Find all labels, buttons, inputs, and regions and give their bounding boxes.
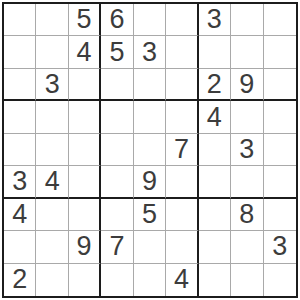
- given-digit: 7: [110, 233, 125, 260]
- cell-r5c5[interactable]: [134, 134, 166, 166]
- cell-r7c9[interactable]: [264, 199, 296, 231]
- given-digit: 8: [239, 201, 254, 228]
- cell-r3c2[interactable]: 3: [36, 69, 68, 101]
- given-digit: 5: [142, 201, 157, 228]
- cell-r4c6[interactable]: [166, 101, 198, 133]
- cell-r4c9[interactable]: [264, 101, 296, 133]
- cell-r6c2[interactable]: 4: [36, 166, 68, 198]
- cell-r7c2[interactable]: [36, 199, 68, 231]
- cell-r5c3[interactable]: [69, 134, 101, 166]
- given-digit: 5: [110, 39, 125, 66]
- cell-r9c3[interactable]: [69, 264, 101, 296]
- cell-r8c6[interactable]: [166, 231, 198, 263]
- cell-r9c2[interactable]: [36, 264, 68, 296]
- cell-r8c8[interactable]: [231, 231, 263, 263]
- given-digit: 4: [207, 104, 222, 131]
- cell-r9c8[interactable]: [231, 264, 263, 296]
- cell-r4c1[interactable]: [4, 101, 36, 133]
- cell-r3c1[interactable]: [4, 69, 36, 101]
- cell-r4c3[interactable]: [69, 101, 101, 133]
- given-digit: 3: [45, 71, 60, 98]
- cell-r2c7[interactable]: [199, 36, 231, 68]
- cell-r6c1[interactable]: 3: [4, 166, 36, 198]
- cell-r1c6[interactable]: [166, 4, 198, 36]
- cell-r3c7[interactable]: 2: [199, 69, 231, 101]
- cell-r7c4[interactable]: [101, 199, 133, 231]
- cell-r3c5[interactable]: [134, 69, 166, 101]
- given-digit: 3: [272, 233, 287, 260]
- cell-r1c5[interactable]: [134, 4, 166, 36]
- cell-r3c3[interactable]: [69, 69, 101, 101]
- given-digit: 4: [77, 39, 92, 66]
- cell-r5c6[interactable]: 7: [166, 134, 198, 166]
- given-digit: 4: [12, 201, 27, 228]
- cell-r9c1[interactable]: 2: [4, 264, 36, 296]
- cell-r2c4[interactable]: 5: [101, 36, 133, 68]
- cell-r9c6[interactable]: 4: [166, 264, 198, 296]
- cell-r2c8[interactable]: [231, 36, 263, 68]
- cell-r2c6[interactable]: [166, 36, 198, 68]
- cell-r3c9[interactable]: [264, 69, 296, 101]
- given-digit: 3: [207, 6, 222, 33]
- given-digit: 9: [77, 233, 92, 260]
- cell-r8c5[interactable]: [134, 231, 166, 263]
- cell-r2c3[interactable]: 4: [69, 36, 101, 68]
- cell-r6c5[interactable]: 9: [134, 166, 166, 198]
- sudoku-board: 56345332947334945897324: [2, 2, 298, 298]
- cell-r8c3[interactable]: 9: [69, 231, 101, 263]
- given-digit: 4: [174, 266, 189, 293]
- given-digit: 3: [12, 168, 27, 195]
- cell-r5c4[interactable]: [101, 134, 133, 166]
- cell-r2c5[interactable]: 3: [134, 36, 166, 68]
- sudoku-page: 56345332947334945897324: [0, 0, 300, 300]
- cell-r4c5[interactable]: [134, 101, 166, 133]
- cell-r5c2[interactable]: [36, 134, 68, 166]
- cell-r1c3[interactable]: 5: [69, 4, 101, 36]
- cell-r4c4[interactable]: [101, 101, 133, 133]
- cell-r1c8[interactable]: [231, 4, 263, 36]
- cell-r3c8[interactable]: 9: [231, 69, 263, 101]
- cell-r5c1[interactable]: [4, 134, 36, 166]
- given-digit: 9: [142, 168, 157, 195]
- cell-r2c9[interactable]: [264, 36, 296, 68]
- cell-r1c1[interactable]: [4, 4, 36, 36]
- cell-r1c2[interactable]: [36, 4, 68, 36]
- cell-r7c7[interactable]: [199, 199, 231, 231]
- cell-r1c4[interactable]: 6: [101, 4, 133, 36]
- cell-r4c7[interactable]: 4: [199, 101, 231, 133]
- cell-r3c4[interactable]: [101, 69, 133, 101]
- given-digit: 7: [174, 136, 189, 163]
- cell-r4c2[interactable]: [36, 101, 68, 133]
- cell-r6c9[interactable]: [264, 166, 296, 198]
- cell-r6c4[interactable]: [101, 166, 133, 198]
- cell-r8c7[interactable]: [199, 231, 231, 263]
- given-digit: 3: [142, 39, 157, 66]
- cell-r3c6[interactable]: [166, 69, 198, 101]
- cell-r9c4[interactable]: [101, 264, 133, 296]
- cell-r4c8[interactable]: [231, 101, 263, 133]
- cell-r6c7[interactable]: [199, 166, 231, 198]
- cell-r2c2[interactable]: [36, 36, 68, 68]
- cell-r9c5[interactable]: [134, 264, 166, 296]
- cell-r1c7[interactable]: 3: [199, 4, 231, 36]
- given-digit: 5: [77, 6, 92, 33]
- given-digit: 9: [239, 71, 254, 98]
- cell-r7c3[interactable]: [69, 199, 101, 231]
- cell-r5c7[interactable]: [199, 134, 231, 166]
- cell-r8c2[interactable]: [36, 231, 68, 263]
- cell-r9c7[interactable]: [199, 264, 231, 296]
- cell-r8c1[interactable]: [4, 231, 36, 263]
- cell-r7c8[interactable]: 8: [231, 199, 263, 231]
- cell-r7c1[interactable]: 4: [4, 199, 36, 231]
- cell-r6c3[interactable]: [69, 166, 101, 198]
- cell-r5c8[interactable]: 3: [231, 134, 263, 166]
- given-digit: 3: [239, 136, 254, 163]
- given-digit: 6: [110, 6, 125, 33]
- cell-r7c6[interactable]: [166, 199, 198, 231]
- cell-r9c9[interactable]: [264, 264, 296, 296]
- cell-r6c8[interactable]: [231, 166, 263, 198]
- cell-r8c4[interactable]: 7: [101, 231, 133, 263]
- given-digit: 2: [12, 266, 27, 293]
- given-digit: 4: [45, 168, 60, 195]
- cell-r7c5[interactable]: 5: [134, 199, 166, 231]
- given-digit: 2: [207, 71, 222, 98]
- cell-r8c9[interactable]: 3: [264, 231, 296, 263]
- cell-r2c1[interactable]: [4, 36, 36, 68]
- cell-r6c6[interactable]: [166, 166, 198, 198]
- cell-r1c9[interactable]: [264, 4, 296, 36]
- cell-r5c9[interactable]: [264, 134, 296, 166]
